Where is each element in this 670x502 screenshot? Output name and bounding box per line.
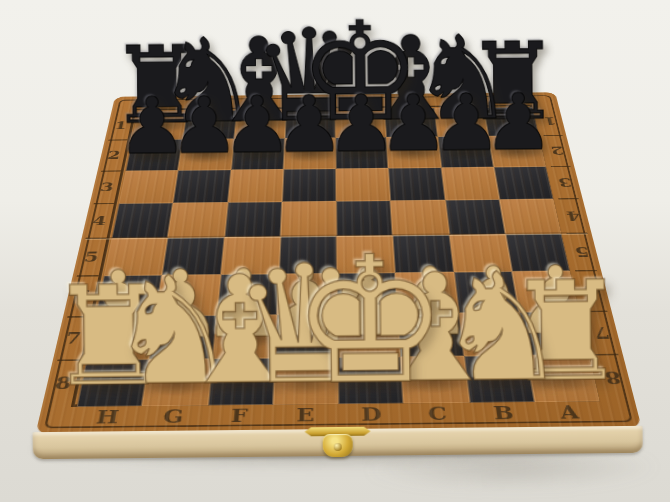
pawn-glyph: ♟ — [483, 83, 554, 162]
brass-latch-icon — [323, 434, 353, 457]
chessboard: HGFEDCBA1122334455667788 ♜♞♝♛♚♝♞♜♟♟♟♟♟♟♟… — [35, 92, 641, 434]
pieces-layer: ♜♞♝♛♚♝♞♜♟♟♟♟♟♟♟♟♟♟♟♟♟♟♟♟♜♞♝♛♚♝♞♜ — [35, 92, 641, 434]
chessboard-perspective-wrapper: HGFEDCBA1122334455667788 ♜♞♝♛♚♝♞♜♟♟♟♟♟♟♟… — [79, 0, 594, 494]
piece-black-pawn-a2[interactable]: ♟ — [440, 82, 597, 162]
board-tilt-group: HGFEDCBA1122334455667788 ♜♞♝♛♚♝♞♜♟♟♟♟♟♟♟… — [0, 0, 670, 502]
king-glyph: ♚ — [291, 232, 450, 409]
piece-white-king-d8[interactable]: ♚ — [194, 231, 546, 410]
photo-background: HGFEDCBA1122334455667788 ♜♞♝♛♚♝♞♜♟♟♟♟♟♟♟… — [0, 0, 670, 502]
